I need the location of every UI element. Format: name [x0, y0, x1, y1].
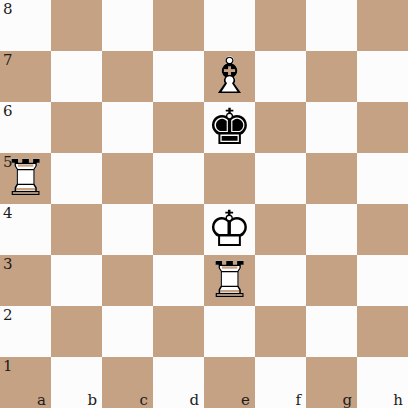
square-c7[interactable] [102, 51, 153, 102]
square-h2[interactable] [357, 306, 408, 357]
square-e6[interactable]: ♚ [204, 102, 255, 153]
square-e5[interactable] [204, 153, 255, 204]
square-h6[interactable] [357, 102, 408, 153]
rank-label-2: 2 [3, 307, 13, 324]
square-d2[interactable] [153, 306, 204, 357]
piece-white-bishop-e7[interactable]: ♝♗ [204, 51, 255, 102]
square-d7[interactable] [153, 51, 204, 102]
file-label-b: b [87, 392, 97, 408]
square-g3[interactable] [306, 255, 357, 306]
square-f1[interactable]: f [255, 357, 306, 408]
square-c2[interactable] [102, 306, 153, 357]
chess-board: 87♝♗6♚5♜♖4♚♔3♜♖21abcdefgh [0, 0, 408, 408]
square-d8[interactable] [153, 0, 204, 51]
white-bishop-glyph-outline: ♗ [207, 51, 252, 102]
square-f4[interactable] [255, 204, 306, 255]
square-h7[interactable] [357, 51, 408, 102]
square-e3[interactable]: ♜♖ [204, 255, 255, 306]
piece-white-rook-a5[interactable]: ♜♖ [0, 153, 51, 204]
square-e7[interactable]: ♝♗ [204, 51, 255, 102]
square-a6[interactable]: 6 [0, 102, 51, 153]
square-a8[interactable]: 8 [0, 0, 51, 51]
square-g2[interactable] [306, 306, 357, 357]
square-a5[interactable]: 5♜♖ [0, 153, 51, 204]
rank-label-1: 1 [3, 358, 13, 375]
square-g6[interactable] [306, 102, 357, 153]
square-d4[interactable] [153, 204, 204, 255]
square-c6[interactable] [102, 102, 153, 153]
square-c1[interactable]: c [102, 357, 153, 408]
square-e4[interactable]: ♚♔ [204, 204, 255, 255]
square-b3[interactable] [51, 255, 102, 306]
square-a7[interactable]: 7 [0, 51, 51, 102]
black-king-glyph: ♚ [207, 102, 252, 153]
square-f6[interactable] [255, 102, 306, 153]
rank-label-3: 3 [3, 256, 13, 273]
square-a3[interactable]: 3 [0, 255, 51, 306]
file-label-d: d [189, 392, 199, 408]
piece-black-king-e6[interactable]: ♚ [204, 102, 255, 153]
square-f7[interactable] [255, 51, 306, 102]
square-d3[interactable] [153, 255, 204, 306]
white-rook-glyph-outline: ♖ [3, 153, 48, 204]
square-f2[interactable] [255, 306, 306, 357]
square-h5[interactable] [357, 153, 408, 204]
square-e2[interactable] [204, 306, 255, 357]
white-king-glyph-outline: ♔ [207, 204, 252, 255]
square-d1[interactable]: d [153, 357, 204, 408]
square-c3[interactable] [102, 255, 153, 306]
square-f3[interactable] [255, 255, 306, 306]
square-c5[interactable] [102, 153, 153, 204]
square-f5[interactable] [255, 153, 306, 204]
file-label-g: g [342, 392, 352, 408]
square-h3[interactable] [357, 255, 408, 306]
square-h1[interactable]: h [357, 357, 408, 408]
rank-label-6: 6 [3, 103, 13, 120]
square-b2[interactable] [51, 306, 102, 357]
rank-label-4: 4 [3, 205, 13, 222]
square-a1[interactable]: 1a [0, 357, 51, 408]
square-f8[interactable] [255, 0, 306, 51]
square-d5[interactable] [153, 153, 204, 204]
square-h8[interactable] [357, 0, 408, 51]
rank-label-7: 7 [3, 52, 13, 69]
white-rook-glyph-outline: ♖ [207, 255, 252, 306]
square-g7[interactable] [306, 51, 357, 102]
square-a2[interactable]: 2 [0, 306, 51, 357]
square-c8[interactable] [102, 0, 153, 51]
square-a4[interactable]: 4 [0, 204, 51, 255]
square-e1[interactable]: e [204, 357, 255, 408]
square-b6[interactable] [51, 102, 102, 153]
square-g5[interactable] [306, 153, 357, 204]
piece-white-rook-e3[interactable]: ♜♖ [204, 255, 255, 306]
file-label-f: f [295, 392, 301, 408]
rank-label-8: 8 [3, 1, 13, 18]
square-b7[interactable] [51, 51, 102, 102]
square-g4[interactable] [306, 204, 357, 255]
square-b5[interactable] [51, 153, 102, 204]
file-label-c: c [140, 392, 148, 408]
file-label-a: a [37, 392, 46, 408]
square-b4[interactable] [51, 204, 102, 255]
square-d6[interactable] [153, 102, 204, 153]
square-c4[interactable] [102, 204, 153, 255]
square-b8[interactable] [51, 0, 102, 51]
file-label-e: e [241, 392, 250, 408]
file-label-h: h [393, 392, 403, 408]
square-b1[interactable]: b [51, 357, 102, 408]
square-e8[interactable] [204, 0, 255, 51]
square-h4[interactable] [357, 204, 408, 255]
square-g1[interactable]: g [306, 357, 357, 408]
piece-white-king-e4[interactable]: ♚♔ [204, 204, 255, 255]
square-g8[interactable] [306, 0, 357, 51]
